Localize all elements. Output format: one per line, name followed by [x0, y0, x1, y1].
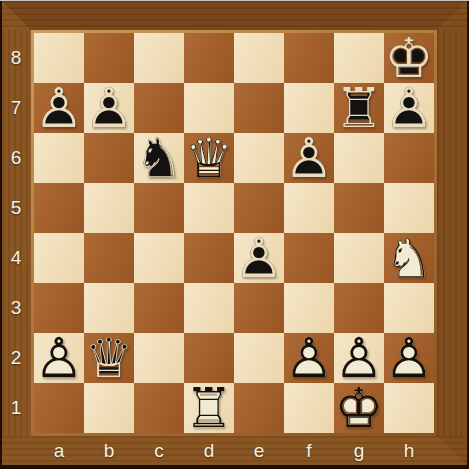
white-queen-outline: ♕ — [184, 133, 234, 183]
white-pawn-outline: ♙ — [384, 333, 434, 383]
black-king-outline: ♔ — [384, 33, 434, 83]
square-c5[interactable] — [134, 183, 184, 233]
square-c7[interactable] — [134, 83, 184, 133]
black-pawn-outline: ♙ — [284, 133, 334, 183]
square-e7[interactable] — [234, 83, 284, 133]
square-c4[interactable] — [134, 233, 184, 283]
rank-label-6: 6 — [6, 133, 26, 183]
white-king-g1[interactable]: ♚♔ — [334, 383, 384, 433]
square-g3[interactable] — [334, 283, 384, 333]
square-f5[interactable] — [284, 183, 334, 233]
square-f7[interactable] — [284, 83, 334, 133]
square-f6[interactable]: ♟♙ — [284, 133, 334, 183]
white-pawn-g2[interactable]: ♟♙ — [334, 333, 384, 383]
white-pawn-f2[interactable]: ♟♙ — [284, 333, 334, 383]
file-label-c: c — [134, 437, 184, 464]
rank-label-1: 1 — [6, 383, 26, 433]
file-label-f: f — [284, 437, 334, 464]
black-rook-g7[interactable]: ♜♖ — [334, 83, 384, 133]
square-b8[interactable] — [84, 33, 134, 83]
white-king-glyph: ♚ — [334, 383, 384, 433]
square-e1[interactable] — [234, 383, 284, 433]
square-h7[interactable]: ♟♙ — [384, 83, 434, 133]
white-queen-d6[interactable]: ♛♕ — [184, 133, 234, 183]
square-c3[interactable] — [134, 283, 184, 333]
square-f2[interactable]: ♟♙ — [284, 333, 334, 383]
white-pawn-glyph: ♟ — [34, 333, 84, 383]
square-c8[interactable] — [134, 33, 184, 83]
square-d5[interactable] — [184, 183, 234, 233]
square-d2[interactable] — [184, 333, 234, 383]
white-pawn-glyph: ♟ — [284, 333, 334, 383]
square-f8[interactable] — [284, 33, 334, 83]
square-g8[interactable] — [334, 33, 384, 83]
white-king-outline: ♔ — [334, 383, 384, 433]
white-knight-h4[interactable]: ♞♘ — [384, 233, 434, 283]
square-h5[interactable] — [384, 183, 434, 233]
square-a4[interactable] — [34, 233, 84, 283]
square-d7[interactable] — [184, 83, 234, 133]
white-queen-glyph: ♛ — [184, 133, 234, 183]
black-rook-outline: ♖ — [334, 83, 384, 133]
square-d6[interactable]: ♛♕ — [184, 133, 234, 183]
white-rook-outline: ♖ — [184, 383, 234, 433]
white-pawn-glyph: ♟ — [334, 333, 384, 383]
square-b1[interactable] — [84, 383, 134, 433]
square-a5[interactable] — [34, 183, 84, 233]
black-pawn-a7[interactable]: ♟♙ — [34, 83, 84, 133]
square-h2[interactable]: ♟♙ — [384, 333, 434, 383]
square-a8[interactable] — [34, 33, 84, 83]
square-d8[interactable] — [184, 33, 234, 83]
black-pawn-f6[interactable]: ♟♙ — [284, 133, 334, 183]
black-pawn-outline: ♙ — [384, 83, 434, 133]
black-pawn-outline: ♙ — [234, 233, 284, 283]
square-g6[interactable] — [334, 133, 384, 183]
square-f3[interactable] — [284, 283, 334, 333]
square-e2[interactable] — [234, 333, 284, 383]
black-knight-c6[interactable]: ♞♘ — [134, 133, 184, 183]
square-c6[interactable]: ♞♘ — [134, 133, 184, 183]
white-pawn-outline: ♙ — [34, 333, 84, 383]
square-a7[interactable]: ♟♙ — [34, 83, 84, 133]
black-rook-glyph: ♜ — [334, 83, 384, 133]
square-d1[interactable]: ♜♖ — [184, 383, 234, 433]
square-e6[interactable] — [234, 133, 284, 183]
square-h1[interactable] — [384, 383, 434, 433]
file-label-h: h — [384, 437, 434, 464]
square-b3[interactable] — [84, 283, 134, 333]
square-g4[interactable] — [334, 233, 384, 283]
square-d3[interactable] — [184, 283, 234, 333]
square-d4[interactable] — [184, 233, 234, 283]
black-pawn-outline: ♙ — [84, 83, 134, 133]
white-rook-d1[interactable]: ♜♖ — [184, 383, 234, 433]
black-pawn-glyph: ♟ — [34, 83, 84, 133]
white-pawn-outline: ♙ — [334, 333, 384, 383]
rank-label-5: 5 — [6, 183, 26, 233]
square-g5[interactable] — [334, 183, 384, 233]
square-e5[interactable] — [234, 183, 284, 233]
black-pawn-h7[interactable]: ♟♙ — [384, 83, 434, 133]
chess-board-widget: ♚♔♟♙♟♙♜♖♟♙♞♘♛♕♟♙♟♙♞♘♟♙♛♕♟♙♟♙♟♙♜♖♚♔ 87654… — [0, 0, 469, 469]
square-a3[interactable] — [34, 283, 84, 333]
square-h3[interactable] — [384, 283, 434, 333]
square-h8[interactable]: ♚♔ — [384, 33, 434, 83]
square-f4[interactable] — [284, 233, 334, 283]
black-pawn-glyph: ♟ — [284, 133, 334, 183]
square-g2[interactable]: ♟♙ — [334, 333, 384, 383]
white-knight-glyph: ♞ — [384, 233, 434, 283]
chess-board: ♚♔♟♙♟♙♜♖♟♙♞♘♛♕♟♙♟♙♞♘♟♙♛♕♟♙♟♙♟♙♜♖♚♔ — [34, 33, 434, 433]
file-label-a: a — [34, 437, 84, 464]
black-queen-outline: ♕ — [84, 333, 134, 383]
black-pawn-b7[interactable]: ♟♙ — [84, 83, 134, 133]
white-pawn-glyph: ♟ — [384, 333, 434, 383]
white-pawn-a2[interactable]: ♟♙ — [34, 333, 84, 383]
rank-label-4: 4 — [6, 233, 26, 283]
file-label-g: g — [334, 437, 384, 464]
white-knight-outline: ♘ — [384, 233, 434, 283]
square-b4[interactable] — [84, 233, 134, 283]
square-e3[interactable] — [234, 283, 284, 333]
rank-label-2: 2 — [6, 333, 26, 383]
file-label-d: d — [184, 437, 234, 464]
black-queen-glyph: ♛ — [84, 333, 134, 383]
square-b7[interactable]: ♟♙ — [84, 83, 134, 133]
black-knight-glyph: ♞ — [134, 133, 184, 183]
white-pawn-outline: ♙ — [284, 333, 334, 383]
white-pawn-h2[interactable]: ♟♙ — [384, 333, 434, 383]
square-a6[interactable] — [34, 133, 84, 183]
rank-label-7: 7 — [6, 83, 26, 133]
square-c1[interactable] — [134, 383, 184, 433]
square-f1[interactable] — [284, 383, 334, 433]
black-pawn-glyph: ♟ — [234, 233, 284, 283]
black-pawn-glyph: ♟ — [84, 83, 134, 133]
frame-top-highlight — [0, 0, 469, 1]
black-pawn-outline: ♙ — [34, 83, 84, 133]
black-pawn-glyph: ♟ — [384, 83, 434, 133]
square-a1[interactable] — [34, 383, 84, 433]
square-b6[interactable] — [84, 133, 134, 183]
square-b5[interactable] — [84, 183, 134, 233]
white-rook-glyph: ♜ — [184, 383, 234, 433]
square-b2[interactable]: ♛♕ — [84, 333, 134, 383]
square-h4[interactable]: ♞♘ — [384, 233, 434, 283]
square-e8[interactable] — [234, 33, 284, 83]
square-c2[interactable] — [134, 333, 184, 383]
square-e4[interactable]: ♟♙ — [234, 233, 284, 283]
black-king-glyph: ♚ — [384, 33, 434, 83]
black-queen-b2[interactable]: ♛♕ — [84, 333, 134, 383]
square-g1[interactable]: ♚♔ — [334, 383, 384, 433]
black-king-h8[interactable]: ♚♔ — [384, 33, 434, 83]
rank-label-8: 8 — [6, 33, 26, 83]
black-pawn-e4[interactable]: ♟♙ — [234, 233, 284, 283]
square-h6[interactable] — [384, 133, 434, 183]
file-label-b: b — [84, 437, 134, 464]
rank-label-3: 3 — [6, 283, 26, 333]
file-label-e: e — [234, 437, 284, 464]
square-a2[interactable]: ♟♙ — [34, 333, 84, 383]
black-knight-outline: ♘ — [134, 133, 184, 183]
square-g7[interactable]: ♜♖ — [334, 83, 384, 133]
